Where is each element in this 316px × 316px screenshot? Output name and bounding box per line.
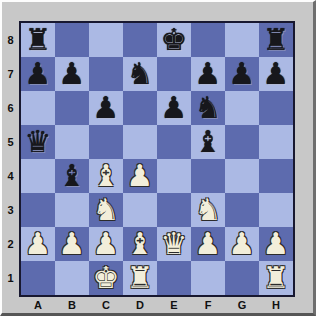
square-h6[interactable] <box>259 91 293 125</box>
chess-board: ♜♚♜♟♟♞♟♟♟♟♟♞♛♝♝♝♟♞♞♟♟♟♝♛♟♟♟♚♜♜ <box>19 21 295 297</box>
square-e5[interactable] <box>157 125 191 159</box>
rank-label-2: 2 <box>7 238 13 250</box>
square-a4[interactable] <box>21 159 55 193</box>
square-g5[interactable] <box>225 125 259 159</box>
piece-black-bishop[interactable]: ♝ <box>59 159 86 193</box>
file-label-e: E <box>170 299 177 311</box>
chess-diagram-frame: 87654321 ♜♚♜♟♟♞♟♟♟♟♟♞♛♝♝♝♟♞♞♟♟♟♝♛♟♟♟♚♜♜ … <box>0 0 316 316</box>
square-f5[interactable]: ♝ <box>191 125 225 159</box>
file-label-g: G <box>238 299 247 311</box>
file-label-c: C <box>102 299 110 311</box>
square-h3[interactable] <box>259 193 293 227</box>
square-g4[interactable] <box>225 159 259 193</box>
file-label-a: A <box>34 299 42 311</box>
square-d2[interactable]: ♝ <box>123 227 157 261</box>
square-b2[interactable]: ♟ <box>55 227 89 261</box>
square-c6[interactable]: ♟ <box>89 91 123 125</box>
square-a3[interactable] <box>21 193 55 227</box>
square-b5[interactable] <box>55 125 89 159</box>
piece-black-pawn[interactable]: ♟ <box>59 57 86 91</box>
piece-white-pawn[interactable]: ♟ <box>127 159 154 193</box>
piece-white-pawn[interactable]: ♟ <box>59 227 86 261</box>
square-a5[interactable]: ♛ <box>21 125 55 159</box>
file-label-h: H <box>272 299 280 311</box>
piece-black-knight[interactable]: ♞ <box>127 57 154 91</box>
square-h1[interactable]: ♜ <box>259 261 293 295</box>
square-f3[interactable]: ♞ <box>191 193 225 227</box>
square-h4[interactable] <box>259 159 293 193</box>
square-b4[interactable]: ♝ <box>55 159 89 193</box>
piece-black-queen[interactable]: ♛ <box>25 125 52 159</box>
piece-white-pawn[interactable]: ♟ <box>25 227 52 261</box>
square-h5[interactable] <box>259 125 293 159</box>
file-label-d: D <box>136 299 144 311</box>
piece-black-pawn[interactable]: ♟ <box>263 57 290 91</box>
square-e4[interactable] <box>157 159 191 193</box>
piece-black-knight[interactable]: ♞ <box>195 91 222 125</box>
square-f4[interactable] <box>191 159 225 193</box>
rank-labels: 87654321 <box>2 23 19 295</box>
piece-white-pawn[interactable]: ♟ <box>93 227 120 261</box>
square-c8[interactable] <box>89 23 123 57</box>
square-b3[interactable] <box>55 193 89 227</box>
square-g1[interactable] <box>225 261 259 295</box>
square-h8[interactable]: ♜ <box>259 23 293 57</box>
piece-black-pawn[interactable]: ♟ <box>161 91 188 125</box>
square-c1[interactable]: ♚ <box>89 261 123 295</box>
piece-white-pawn[interactable]: ♟ <box>229 227 256 261</box>
piece-white-rook[interactable]: ♜ <box>127 261 154 295</box>
square-e2[interactable]: ♛ <box>157 227 191 261</box>
square-g7[interactable]: ♟ <box>225 57 259 91</box>
piece-black-pawn[interactable]: ♟ <box>229 57 256 91</box>
square-a6[interactable] <box>21 91 55 125</box>
square-e3[interactable] <box>157 193 191 227</box>
rank-label-7: 7 <box>7 68 13 80</box>
rank-label-8: 8 <box>7 34 13 46</box>
square-h2[interactable]: ♟ <box>259 227 293 261</box>
square-c2[interactable]: ♟ <box>89 227 123 261</box>
rank-label-3: 3 <box>7 204 13 216</box>
rank-label-4: 4 <box>7 170 13 182</box>
piece-black-pawn[interactable]: ♟ <box>195 57 222 91</box>
square-d4[interactable]: ♟ <box>123 159 157 193</box>
square-d3[interactable] <box>123 193 157 227</box>
square-b1[interactable] <box>55 261 89 295</box>
square-a8[interactable]: ♜ <box>21 23 55 57</box>
square-e1[interactable] <box>157 261 191 295</box>
square-f1[interactable] <box>191 261 225 295</box>
square-a7[interactable]: ♟ <box>21 57 55 91</box>
square-d6[interactable] <box>123 91 157 125</box>
square-g3[interactable] <box>225 193 259 227</box>
square-e6[interactable]: ♟ <box>157 91 191 125</box>
square-f6[interactable]: ♞ <box>191 91 225 125</box>
file-labels: ABCDEFGH <box>21 297 293 313</box>
square-h7[interactable]: ♟ <box>259 57 293 91</box>
piece-white-rook[interactable]: ♜ <box>263 261 290 295</box>
piece-black-bishop[interactable]: ♝ <box>195 125 222 159</box>
piece-white-bishop[interactable]: ♝ <box>127 227 154 261</box>
rank-label-6: 6 <box>7 102 13 114</box>
square-b7[interactable]: ♟ <box>55 57 89 91</box>
square-d7[interactable]: ♞ <box>123 57 157 91</box>
file-label-f: F <box>205 299 212 311</box>
piece-black-pawn[interactable]: ♟ <box>93 91 120 125</box>
square-e8[interactable]: ♚ <box>157 23 191 57</box>
square-c7[interactable] <box>89 57 123 91</box>
piece-white-queen[interactable]: ♛ <box>161 227 188 261</box>
piece-black-rook[interactable]: ♜ <box>25 23 52 57</box>
square-c5[interactable] <box>89 125 123 159</box>
square-b6[interactable] <box>55 91 89 125</box>
piece-white-pawn[interactable]: ♟ <box>195 227 222 261</box>
piece-white-bishop[interactable]: ♝ <box>93 159 120 193</box>
file-label-b: B <box>68 299 76 311</box>
piece-white-pawn[interactable]: ♟ <box>263 227 290 261</box>
square-g6[interactable] <box>225 91 259 125</box>
piece-black-rook[interactable]: ♜ <box>263 23 290 57</box>
rank-label-1: 1 <box>7 272 13 284</box>
square-d5[interactable] <box>123 125 157 159</box>
square-e7[interactable] <box>157 57 191 91</box>
square-f2[interactable]: ♟ <box>191 227 225 261</box>
piece-white-king[interactable]: ♚ <box>93 261 120 295</box>
piece-black-pawn[interactable]: ♟ <box>25 57 52 91</box>
square-d1[interactable]: ♜ <box>123 261 157 295</box>
square-c3[interactable]: ♞ <box>89 193 123 227</box>
square-a2[interactable]: ♟ <box>21 227 55 261</box>
square-a1[interactable] <box>21 261 55 295</box>
square-d8[interactable] <box>123 23 157 57</box>
square-f7[interactable]: ♟ <box>191 57 225 91</box>
square-g8[interactable] <box>225 23 259 57</box>
square-b8[interactable] <box>55 23 89 57</box>
square-f8[interactable] <box>191 23 225 57</box>
square-g2[interactable]: ♟ <box>225 227 259 261</box>
piece-white-knight[interactable]: ♞ <box>195 193 222 227</box>
piece-white-knight[interactable]: ♞ <box>93 193 120 227</box>
rank-label-5: 5 <box>7 136 13 148</box>
piece-black-king[interactable]: ♚ <box>161 23 188 57</box>
square-c4[interactable]: ♝ <box>89 159 123 193</box>
